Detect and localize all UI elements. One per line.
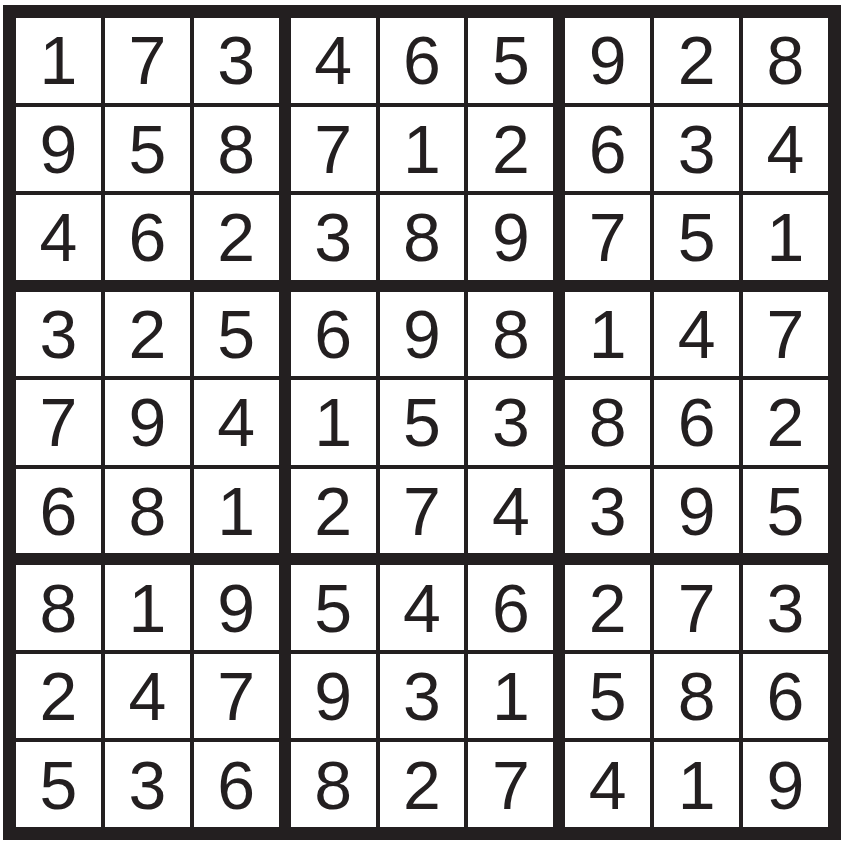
cell-r4c7[interactable]: 1 bbox=[565, 292, 650, 377]
box-r2c1: 3 2 5 7 9 4 6 8 1 bbox=[16, 292, 279, 554]
cell-r6c4[interactable]: 2 bbox=[291, 469, 376, 554]
cell-r9c7[interactable]: 4 bbox=[565, 742, 650, 827]
cell-r3c8[interactable]: 5 bbox=[654, 195, 739, 280]
cell-r9c6[interactable]: 7 bbox=[468, 742, 553, 827]
cell-r3c2[interactable]: 6 bbox=[105, 195, 190, 280]
cell-r2c9[interactable]: 4 bbox=[743, 107, 828, 192]
cell-r8c7[interactable]: 5 bbox=[565, 654, 650, 739]
cell-r4c5[interactable]: 9 bbox=[380, 292, 465, 377]
cell-r1c8[interactable]: 2 bbox=[654, 18, 739, 103]
cell-r1c7[interactable]: 9 bbox=[565, 18, 650, 103]
cell-r5c8[interactable]: 6 bbox=[654, 380, 739, 465]
cell-r8c6[interactable]: 1 bbox=[468, 654, 553, 739]
cell-r4c2[interactable]: 2 bbox=[105, 292, 190, 377]
cell-r7c5[interactable]: 4 bbox=[380, 565, 465, 650]
cell-r6c3[interactable]: 1 bbox=[194, 469, 279, 554]
cell-r4c9[interactable]: 7 bbox=[743, 292, 828, 377]
cell-r3c3[interactable]: 2 bbox=[194, 195, 279, 280]
cell-r7c8[interactable]: 7 bbox=[654, 565, 739, 650]
cell-r6c8[interactable]: 9 bbox=[654, 469, 739, 554]
cell-r5c5[interactable]: 5 bbox=[380, 380, 465, 465]
cell-r7c3[interactable]: 9 bbox=[194, 565, 279, 650]
box-r3c1: 8 1 9 2 4 7 5 3 6 bbox=[16, 565, 279, 827]
cell-r2c5[interactable]: 1 bbox=[380, 107, 465, 192]
box-r1c2: 4 6 5 7 1 2 3 8 9 bbox=[291, 18, 554, 280]
cell-r4c1[interactable]: 3 bbox=[16, 292, 101, 377]
cell-r9c8[interactable]: 1 bbox=[654, 742, 739, 827]
cell-r1c1[interactable]: 1 bbox=[16, 18, 101, 103]
cell-r7c2[interactable]: 1 bbox=[105, 565, 190, 650]
cell-r9c5[interactable]: 2 bbox=[380, 742, 465, 827]
cell-r1c9[interactable]: 8 bbox=[743, 18, 828, 103]
cell-r5c6[interactable]: 3 bbox=[468, 380, 553, 465]
cell-r3c7[interactable]: 7 bbox=[565, 195, 650, 280]
cell-r4c4[interactable]: 6 bbox=[291, 292, 376, 377]
cell-r2c3[interactable]: 8 bbox=[194, 107, 279, 192]
cell-r3c5[interactable]: 8 bbox=[380, 195, 465, 280]
cell-r3c4[interactable]: 3 bbox=[291, 195, 376, 280]
cell-r6c6[interactable]: 4 bbox=[468, 469, 553, 554]
cell-r5c3[interactable]: 4 bbox=[194, 380, 279, 465]
box-r3c3: 2 7 3 5 8 6 4 1 9 bbox=[565, 565, 828, 827]
cell-r9c3[interactable]: 6 bbox=[194, 742, 279, 827]
cell-r2c7[interactable]: 6 bbox=[565, 107, 650, 192]
cell-r2c6[interactable]: 2 bbox=[468, 107, 553, 192]
cell-r2c8[interactable]: 3 bbox=[654, 107, 739, 192]
cell-r7c7[interactable]: 2 bbox=[565, 565, 650, 650]
cell-r2c1[interactable]: 9 bbox=[16, 107, 101, 192]
cell-r4c6[interactable]: 8 bbox=[468, 292, 553, 377]
sudoku-page: 1 7 3 9 5 8 4 6 2 4 6 5 7 1 2 3 8 9 9 2 … bbox=[0, 0, 845, 844]
cell-r1c3[interactable]: 3 bbox=[194, 18, 279, 103]
cell-r8c2[interactable]: 4 bbox=[105, 654, 190, 739]
cell-r4c8[interactable]: 4 bbox=[654, 292, 739, 377]
cell-r5c1[interactable]: 7 bbox=[16, 380, 101, 465]
cell-r5c4[interactable]: 1 bbox=[291, 380, 376, 465]
cell-r8c4[interactable]: 9 bbox=[291, 654, 376, 739]
cell-r7c4[interactable]: 5 bbox=[291, 565, 376, 650]
cell-r1c6[interactable]: 5 bbox=[468, 18, 553, 103]
cell-r6c9[interactable]: 5 bbox=[743, 469, 828, 554]
box-r1c3: 9 2 8 6 3 4 7 5 1 bbox=[565, 18, 828, 280]
cell-r1c2[interactable]: 7 bbox=[105, 18, 190, 103]
cell-r2c4[interactable]: 7 bbox=[291, 107, 376, 192]
cell-r9c4[interactable]: 8 bbox=[291, 742, 376, 827]
cell-r7c9[interactable]: 3 bbox=[743, 565, 828, 650]
cell-r9c1[interactable]: 5 bbox=[16, 742, 101, 827]
cell-r8c5[interactable]: 3 bbox=[380, 654, 465, 739]
cell-r6c1[interactable]: 6 bbox=[16, 469, 101, 554]
cell-r3c9[interactable]: 1 bbox=[743, 195, 828, 280]
cell-r6c2[interactable]: 8 bbox=[105, 469, 190, 554]
cell-r6c7[interactable]: 3 bbox=[565, 469, 650, 554]
box-r3c2: 5 4 6 9 3 1 8 2 7 bbox=[291, 565, 554, 827]
box-r2c2: 6 9 8 1 5 3 2 7 4 bbox=[291, 292, 554, 554]
cell-r9c2[interactable]: 3 bbox=[105, 742, 190, 827]
cell-r8c3[interactable]: 7 bbox=[194, 654, 279, 739]
box-r1c1: 1 7 3 9 5 8 4 6 2 bbox=[16, 18, 279, 280]
cell-r8c8[interactable]: 8 bbox=[654, 654, 739, 739]
cell-r5c7[interactable]: 8 bbox=[565, 380, 650, 465]
cell-r1c5[interactable]: 6 bbox=[380, 18, 465, 103]
cell-r3c1[interactable]: 4 bbox=[16, 195, 101, 280]
cell-r5c2[interactable]: 9 bbox=[105, 380, 190, 465]
cell-r7c1[interactable]: 8 bbox=[16, 565, 101, 650]
cell-r8c9[interactable]: 6 bbox=[743, 654, 828, 739]
box-r2c3: 1 4 7 8 6 2 3 9 5 bbox=[565, 292, 828, 554]
cell-r3c6[interactable]: 9 bbox=[468, 195, 553, 280]
cell-r8c1[interactable]: 2 bbox=[16, 654, 101, 739]
cell-r7c6[interactable]: 6 bbox=[468, 565, 553, 650]
cell-r1c4[interactable]: 4 bbox=[291, 18, 376, 103]
sudoku-board: 1 7 3 9 5 8 4 6 2 4 6 5 7 1 2 3 8 9 9 2 … bbox=[3, 5, 841, 840]
cell-r4c3[interactable]: 5 bbox=[194, 292, 279, 377]
cell-r6c5[interactable]: 7 bbox=[380, 469, 465, 554]
cell-r5c9[interactable]: 2 bbox=[743, 380, 828, 465]
cell-r2c2[interactable]: 5 bbox=[105, 107, 190, 192]
cell-r9c9[interactable]: 9 bbox=[743, 742, 828, 827]
